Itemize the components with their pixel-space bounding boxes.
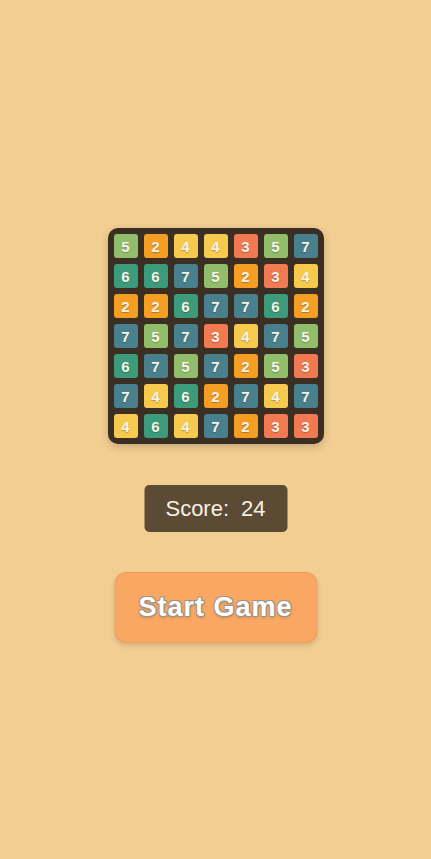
tile-r5c1[interactable]: 6 bbox=[114, 354, 138, 378]
tile-r7c1[interactable]: 4 bbox=[114, 414, 138, 438]
tile-r4c6[interactable]: 7 bbox=[264, 324, 288, 348]
tile-r7c7[interactable]: 3 bbox=[294, 414, 318, 438]
tile-r2c2[interactable]: 6 bbox=[144, 264, 168, 288]
tile-r3c5[interactable]: 7 bbox=[234, 294, 258, 318]
tile-r6c7[interactable]: 7 bbox=[294, 384, 318, 408]
tile-r1c7[interactable]: 7 bbox=[294, 234, 318, 258]
tile-r2c3[interactable]: 7 bbox=[174, 264, 198, 288]
tile-r6c3[interactable]: 6 bbox=[174, 384, 198, 408]
tile-r5c5[interactable]: 2 bbox=[234, 354, 258, 378]
game-screen: 5244357667523422677627573475675725374627… bbox=[0, 0, 431, 859]
tile-r3c7[interactable]: 2 bbox=[294, 294, 318, 318]
tile-r2c7[interactable]: 4 bbox=[294, 264, 318, 288]
tile-r4c2[interactable]: 5 bbox=[144, 324, 168, 348]
tile-r7c4[interactable]: 7 bbox=[204, 414, 228, 438]
tile-r3c4[interactable]: 7 bbox=[204, 294, 228, 318]
tile-r4c7[interactable]: 5 bbox=[294, 324, 318, 348]
tile-r1c3[interactable]: 4 bbox=[174, 234, 198, 258]
tile-r3c2[interactable]: 2 bbox=[144, 294, 168, 318]
tile-r1c1[interactable]: 5 bbox=[114, 234, 138, 258]
tile-r5c7[interactable]: 3 bbox=[294, 354, 318, 378]
tile-r3c6[interactable]: 6 bbox=[264, 294, 288, 318]
tile-r1c5[interactable]: 3 bbox=[234, 234, 258, 258]
tile-r6c6[interactable]: 4 bbox=[264, 384, 288, 408]
start-game-button[interactable]: Start Game bbox=[114, 572, 317, 643]
score-value: 24 bbox=[241, 496, 265, 522]
tile-r2c1[interactable]: 6 bbox=[114, 264, 138, 288]
board: 5244357667523422677627573475675725374627… bbox=[108, 228, 324, 444]
tile-r5c6[interactable]: 5 bbox=[264, 354, 288, 378]
tile-r4c1[interactable]: 7 bbox=[114, 324, 138, 348]
tile-r2c6[interactable]: 3 bbox=[264, 264, 288, 288]
tile-r4c5[interactable]: 4 bbox=[234, 324, 258, 348]
tile-r6c2[interactable]: 4 bbox=[144, 384, 168, 408]
tile-r7c6[interactable]: 3 bbox=[264, 414, 288, 438]
tile-r5c2[interactable]: 7 bbox=[144, 354, 168, 378]
score-display: Score: 24 bbox=[144, 485, 287, 532]
tile-r1c2[interactable]: 2 bbox=[144, 234, 168, 258]
tile-r7c5[interactable]: 2 bbox=[234, 414, 258, 438]
tile-r1c4[interactable]: 4 bbox=[204, 234, 228, 258]
tile-r4c3[interactable]: 7 bbox=[174, 324, 198, 348]
score-label: Score: bbox=[165, 496, 229, 522]
tile-r5c4[interactable]: 7 bbox=[204, 354, 228, 378]
tile-r6c5[interactable]: 7 bbox=[234, 384, 258, 408]
tile-r3c1[interactable]: 2 bbox=[114, 294, 138, 318]
tile-r4c4[interactable]: 3 bbox=[204, 324, 228, 348]
tile-r3c3[interactable]: 6 bbox=[174, 294, 198, 318]
tile-r7c2[interactable]: 6 bbox=[144, 414, 168, 438]
tile-r2c4[interactable]: 5 bbox=[204, 264, 228, 288]
tile-r7c3[interactable]: 4 bbox=[174, 414, 198, 438]
tile-r1c6[interactable]: 5 bbox=[264, 234, 288, 258]
tile-r6c1[interactable]: 7 bbox=[114, 384, 138, 408]
tile-r2c5[interactable]: 2 bbox=[234, 264, 258, 288]
tile-r6c4[interactable]: 2 bbox=[204, 384, 228, 408]
tile-r5c3[interactable]: 5 bbox=[174, 354, 198, 378]
